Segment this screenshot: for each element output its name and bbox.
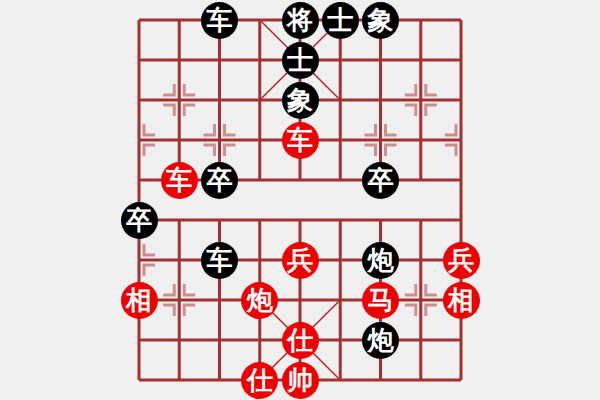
black-cannon[interactable]: 炮 [362,322,399,359]
black-chariot[interactable]: 车 [201,242,238,279]
black-elephant[interactable]: 象 [362,2,399,39]
black-soldier[interactable]: 卒 [362,162,399,199]
black-soldier[interactable]: 卒 [121,202,158,239]
xiangqi-app: 车将士象士象车车卒卒卒车兵炮兵相炮马相仕炮仕帅 [0,0,600,400]
black-soldier[interactable]: 卒 [201,162,238,199]
red-horse[interactable]: 马 [362,282,399,319]
red-soldier[interactable]: 兵 [282,242,319,279]
red-advisor[interactable]: 仕 [282,322,319,359]
black-cannon[interactable]: 炮 [362,242,399,279]
red-elephant[interactable]: 相 [443,282,480,319]
red-chariot[interactable]: 车 [282,122,319,159]
black-advisor[interactable]: 士 [282,42,319,79]
black-elephant[interactable]: 象 [282,82,319,119]
red-cannon[interactable]: 炮 [241,282,278,319]
red-elephant[interactable]: 相 [121,282,158,319]
red-soldier[interactable]: 兵 [443,242,480,279]
red-chariot[interactable]: 车 [161,162,198,199]
xiangqi-board: 车将士象士象车车卒卒卒车兵炮兵相炮马相仕炮仕帅 [119,0,481,400]
black-advisor[interactable]: 士 [322,2,359,39]
black-general[interactable]: 将 [282,2,319,39]
black-chariot[interactable]: 车 [201,2,238,39]
red-general[interactable]: 帅 [282,362,319,399]
red-advisor[interactable]: 仕 [241,362,278,399]
